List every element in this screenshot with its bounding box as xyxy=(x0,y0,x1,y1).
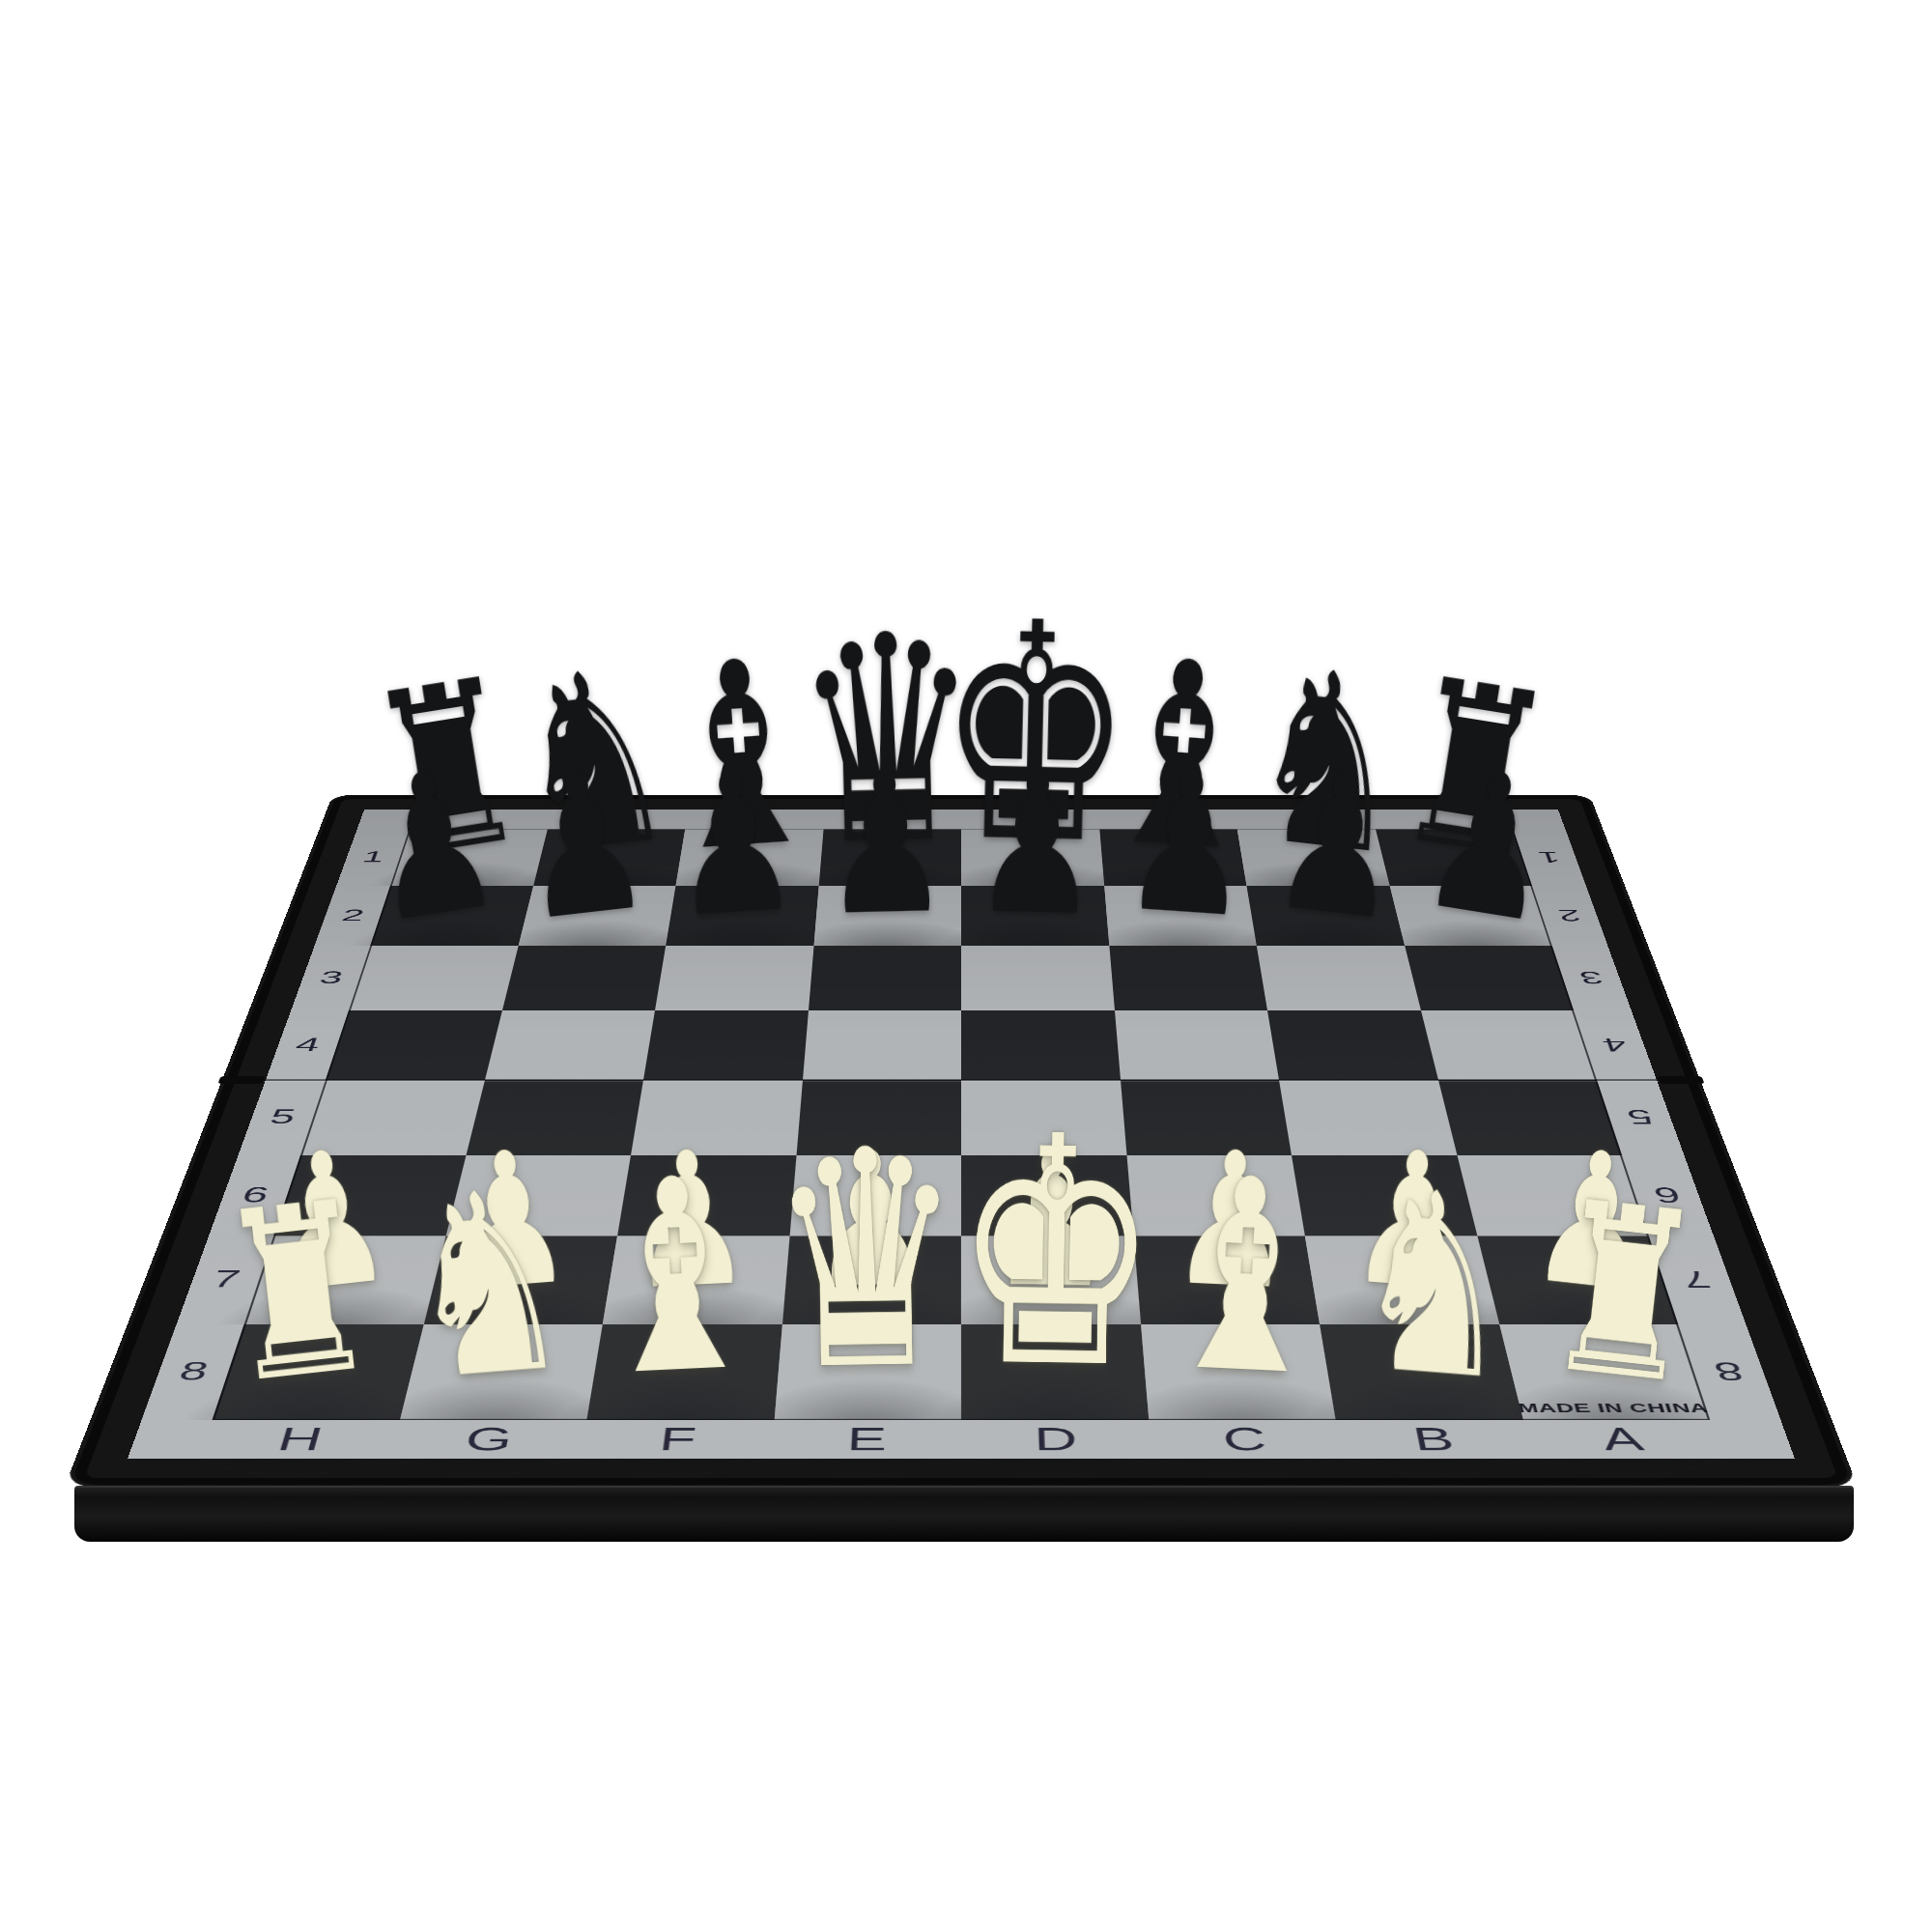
square-f3 xyxy=(655,946,813,1010)
file-label-text: B xyxy=(1410,1423,1457,1455)
white-rook-piece: ♜ xyxy=(1536,1175,1712,1412)
rank-label-text: 2 xyxy=(1555,907,1582,923)
white-knight-piece: ♞ xyxy=(1345,1161,1525,1410)
square-h2: ♟ xyxy=(370,886,533,946)
square-d8: ♚ xyxy=(961,1324,1149,1420)
file-label-g: G xyxy=(390,1420,587,1459)
white-bishop-piece: ♝ xyxy=(584,1149,768,1408)
hinge-notch-right xyxy=(1658,1076,1705,1084)
square-e4 xyxy=(803,1010,962,1080)
square-a3 xyxy=(1405,946,1574,1010)
black-pawn-piece: ♟ xyxy=(666,747,805,940)
file-label-text: H xyxy=(273,1423,326,1455)
square-a2: ♟ xyxy=(1389,886,1552,946)
chess-board: 1♜♞♝♛♚♝♞♜12♟♟♟♟♟♟♟♟2334455667♟♟♟♟♟♟♟♟78♜… xyxy=(65,795,1859,1488)
rank-label-text: 3 xyxy=(1577,969,1605,986)
rank-label-text: 4 xyxy=(293,1036,323,1054)
square-a4 xyxy=(1421,1010,1597,1080)
white-knight-piece: ♞ xyxy=(397,1161,578,1410)
square-f2: ♟ xyxy=(666,886,818,946)
square-a8: ♜MADE IN CHINA xyxy=(1499,1324,1711,1420)
black-pawn-piece: ♟ xyxy=(820,750,951,937)
board-front-edge xyxy=(74,1486,1854,1542)
square-f4 xyxy=(643,1010,808,1080)
white-rook-piece: ♜ xyxy=(211,1175,386,1412)
square-b4 xyxy=(1267,1010,1437,1080)
square-h8: ♜ xyxy=(213,1324,424,1420)
file-label-text: F xyxy=(658,1423,698,1455)
square-b3 xyxy=(1257,946,1421,1010)
square-b8: ♞ xyxy=(1320,1324,1522,1420)
rank-label-text: 4 xyxy=(1600,1036,1630,1054)
square-h3 xyxy=(349,946,518,1010)
hinge-notch-left xyxy=(217,1076,265,1084)
file-label-c: C xyxy=(1149,1420,1342,1459)
square-h4 xyxy=(326,1010,501,1080)
rank-label-text: 8 xyxy=(1710,1358,1746,1384)
file-label-text: G xyxy=(463,1423,516,1455)
white-bishop-piece: ♝ xyxy=(1154,1149,1338,1408)
rank-label-text: 2 xyxy=(339,907,366,923)
board-frame: 1♜♞♝♛♚♝♞♜12♟♟♟♟♟♟♟♟2334455667♟♟♟♟♟♟♟♟78♜… xyxy=(65,795,1859,1488)
square-c2: ♟ xyxy=(1104,886,1257,946)
file-label-text: D xyxy=(1034,1423,1078,1455)
file-label-text: C xyxy=(1221,1423,1268,1455)
square-g3 xyxy=(501,946,666,1010)
square-c8: ♝ xyxy=(1141,1324,1336,1420)
square-g2: ♟ xyxy=(518,886,675,946)
rank-label-text: 3 xyxy=(317,969,345,986)
file-label-a: A xyxy=(1522,1420,1722,1459)
square-b2: ♟ xyxy=(1246,886,1404,946)
product-photo-stage: 1♜♞♝♛♚♝♞♜12♟♟♟♟♟♟♟♟2334455667♟♟♟♟♟♟♟♟78♜… xyxy=(0,0,1932,1932)
file-label-f: F xyxy=(581,1420,774,1459)
rank-label-right-4: 4 xyxy=(1574,1010,1657,1080)
black-pawn-piece: ♟ xyxy=(1119,747,1258,940)
file-label-h: H xyxy=(199,1420,399,1459)
black-pawn-piece: ♟ xyxy=(510,745,657,943)
white-king-piece: ♚ xyxy=(952,1103,1161,1406)
white-queen-piece: ♛ xyxy=(766,1118,965,1406)
file-label-text: E xyxy=(846,1423,888,1455)
file-label-e: E xyxy=(771,1420,961,1459)
rank-label-text: 8 xyxy=(176,1358,212,1384)
black-pawn-piece: ♟ xyxy=(1265,745,1412,943)
square-d2: ♟ xyxy=(961,886,1109,946)
square-g4 xyxy=(485,1010,655,1080)
square-f8: ♝ xyxy=(586,1324,781,1420)
board-surface: 1♜♞♝♛♚♝♞♜12♟♟♟♟♟♟♟♟2334455667♟♟♟♟♟♟♟♟78♜… xyxy=(128,810,1795,1459)
square-e3 xyxy=(808,946,961,1010)
margin-corner xyxy=(128,1420,213,1459)
margin-corner xyxy=(1710,1420,1795,1459)
square-e2: ♟ xyxy=(813,886,961,946)
square-d3 xyxy=(961,946,1115,1010)
file-label-b: B xyxy=(1336,1420,1533,1459)
square-c3 xyxy=(1109,946,1267,1010)
black-pawn-piece: ♟ xyxy=(972,750,1102,937)
square-e8: ♛ xyxy=(774,1324,961,1420)
file-label-text: A xyxy=(1598,1423,1647,1455)
file-label-d: D xyxy=(961,1420,1151,1459)
square-g8: ♞ xyxy=(400,1324,603,1420)
